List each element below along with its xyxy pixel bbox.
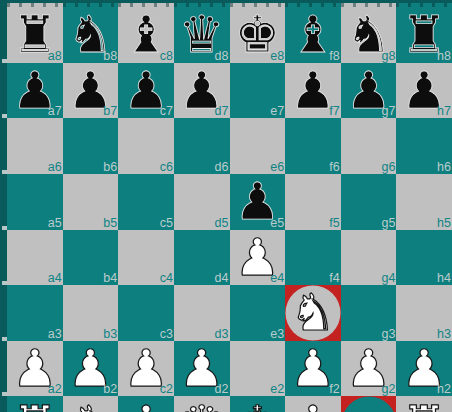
square-d6[interactable]: d6 [174, 118, 230, 174]
square-label-f7: f7 [329, 104, 339, 118]
square-label-h6: h6 [437, 160, 451, 174]
square-label-f6: f6 [329, 160, 339, 174]
white-rook-icon: ♜ [12, 397, 58, 412]
square-label-g3: g3 [381, 327, 395, 341]
square-label-h5: h5 [437, 216, 451, 230]
square-label-d5: d5 [215, 216, 229, 230]
square-label-b2: b2 [103, 382, 117, 396]
square-g4[interactable]: g4 [341, 230, 397, 286]
square-label-h4: h4 [437, 271, 451, 285]
square-label-e6: e6 [270, 160, 284, 174]
white-knight-icon: ♞ [68, 397, 114, 412]
square-label-c7: c7 [160, 104, 173, 118]
square-label-d4: d4 [215, 271, 229, 285]
square-a2[interactable]: ♟a2 [7, 341, 63, 397]
square-label-f8: f8 [329, 49, 339, 63]
square-c6[interactable]: c6 [118, 118, 174, 174]
square-label-d3: d3 [215, 327, 229, 341]
square-label-a6: a6 [48, 160, 62, 174]
square-g7[interactable]: ♟g7 [341, 63, 397, 119]
white-knight-icon: ♞ [290, 285, 336, 340]
square-b3[interactable]: b3 [63, 285, 119, 341]
square-f3[interactable]: ♞f3 [285, 285, 341, 341]
square-e3[interactable]: e3 [230, 285, 286, 341]
square-b5[interactable]: b5 [63, 174, 119, 230]
square-a3[interactable]: a3 [7, 285, 63, 341]
last-move-highlight [341, 397, 396, 412]
square-e8[interactable]: ♚e8 [230, 7, 286, 63]
square-g2[interactable]: ♟g2 [341, 341, 397, 397]
square-f2[interactable]: ♟f2 [285, 341, 341, 397]
square-label-c6: c6 [160, 160, 173, 174]
square-label-a3: a3 [48, 327, 62, 341]
square-label-a2: a2 [48, 382, 62, 396]
square-d5[interactable]: d5 [174, 174, 230, 230]
square-d4[interactable]: d4 [174, 230, 230, 286]
square-label-g4: g4 [381, 271, 395, 285]
square-e6[interactable]: e6 [230, 118, 286, 174]
white-queen-icon: ♛ [179, 397, 225, 412]
square-b6[interactable]: b6 [63, 118, 119, 174]
square-label-a5: a5 [48, 216, 62, 230]
square-label-e2: e2 [270, 382, 284, 396]
square-a8[interactable]: ♜a8 [7, 7, 63, 63]
square-label-a8: a8 [48, 49, 62, 63]
square-b7[interactable]: ♟b7 [63, 63, 119, 119]
square-b2[interactable]: ♟b2 [63, 341, 119, 397]
square-f8[interactable]: ♝f8 [285, 7, 341, 63]
square-a7[interactable]: ♟a7 [7, 63, 63, 119]
chess-board: ♜a8♞b8♝c8♛d8♚e8♝f8♞g8♜h8♟a7♟b7♟c7♟d7e7♟f… [7, 7, 452, 412]
square-d2[interactable]: ♟d2 [174, 341, 230, 397]
square-label-e5: e5 [270, 216, 284, 230]
square-label-h3: h3 [437, 327, 451, 341]
square-e5[interactable]: ♟e5 [230, 174, 286, 230]
square-a6[interactable]: a6 [7, 118, 63, 174]
square-label-h2: h2 [437, 382, 451, 396]
square-g6[interactable]: g6 [341, 118, 397, 174]
square-label-d6: d6 [215, 160, 229, 174]
square-a5[interactable]: a5 [7, 174, 63, 230]
square-h5[interactable]: h5 [396, 174, 452, 230]
square-h2[interactable]: ♟h2 [396, 341, 452, 397]
square-b4[interactable]: b4 [63, 230, 119, 286]
square-c2[interactable]: ♟c2 [118, 341, 174, 397]
square-label-b6: b6 [103, 160, 117, 174]
square-label-a7: a7 [48, 104, 62, 118]
white-bishop-icon: ♝ [123, 397, 169, 412]
square-a4[interactable]: a4 [7, 230, 63, 286]
square-e4[interactable]: ♟e4 [230, 230, 286, 286]
square-label-c8: c8 [160, 49, 173, 63]
square-label-b3: b3 [103, 327, 117, 341]
square-d7[interactable]: ♟d7 [174, 63, 230, 119]
square-e1[interactable]: ♚e1 [230, 396, 286, 412]
square-label-b5: b5 [103, 216, 117, 230]
square-f7[interactable]: ♟f7 [285, 63, 341, 119]
square-label-c4: c4 [160, 271, 173, 285]
square-label-b4: b4 [103, 271, 117, 285]
square-h3[interactable]: h3 [396, 285, 452, 341]
square-g8[interactable]: ♞g8 [341, 7, 397, 63]
square-b1[interactable]: ♞b1 [63, 396, 119, 412]
square-d1[interactable]: ♛d1 [174, 396, 230, 412]
square-label-c5: c5 [160, 216, 173, 230]
square-f4[interactable]: f4 [285, 230, 341, 286]
square-g5[interactable]: g5 [341, 174, 397, 230]
square-label-c2: c2 [160, 382, 173, 396]
square-label-e8: e8 [270, 49, 284, 63]
square-label-g2: g2 [381, 382, 395, 396]
square-label-g5: g5 [381, 216, 395, 230]
square-f1[interactable]: ♝f1 [285, 396, 341, 412]
square-label-b8: b8 [103, 49, 117, 63]
square-d8[interactable]: ♛d8 [174, 7, 230, 63]
chess-app-window: ♜a8♞b8♝c8♛d8♚e8♝f8♞g8♜h8♟a7♟b7♟c7♟d7e7♟f… [0, 0, 452, 412]
square-e7[interactable]: e7 [230, 63, 286, 119]
square-c7[interactable]: ♟c7 [118, 63, 174, 119]
square-label-h8: h8 [437, 49, 451, 63]
square-label-e7: e7 [270, 104, 284, 118]
square-label-b7: b7 [103, 104, 117, 118]
square-label-g7: g7 [381, 104, 395, 118]
square-g3[interactable]: g3 [341, 285, 397, 341]
square-label-f5: f5 [329, 216, 339, 230]
square-f5[interactable]: f5 [285, 174, 341, 230]
square-label-c3: c3 [160, 327, 173, 341]
square-b8[interactable]: ♞b8 [63, 7, 119, 63]
square-label-e3: e3 [270, 327, 284, 341]
white-rook-icon: ♜ [401, 397, 447, 412]
square-a1[interactable]: ♜a1 [7, 396, 63, 412]
square-label-d2: d2 [215, 382, 229, 396]
square-e2[interactable]: e2 [230, 341, 286, 397]
square-label-f4: f4 [329, 271, 339, 285]
square-h6[interactable]: h6 [396, 118, 452, 174]
square-c5[interactable]: c5 [118, 174, 174, 230]
square-label-d8: d8 [215, 49, 229, 63]
square-h4[interactable]: h4 [396, 230, 452, 286]
square-h7[interactable]: ♟h7 [396, 63, 452, 119]
square-label-a4: a4 [48, 271, 62, 285]
square-c8[interactable]: ♝c8 [118, 7, 174, 63]
square-h8[interactable]: ♜h8 [396, 7, 452, 63]
white-bishop-icon: ♝ [290, 397, 336, 412]
square-c4[interactable]: c4 [118, 230, 174, 286]
square-h1[interactable]: ♜h1 [396, 396, 452, 412]
square-label-e4: e4 [270, 271, 284, 285]
square-label-f2: f2 [329, 382, 339, 396]
square-d3[interactable]: d3 [174, 285, 230, 341]
square-label-g6: g6 [381, 160, 395, 174]
white-king-icon: ♚ [234, 397, 280, 412]
square-label-g8: g8 [381, 49, 395, 63]
square-c3[interactable]: c3 [118, 285, 174, 341]
square-f6[interactable]: f6 [285, 118, 341, 174]
square-label-d7: d7 [215, 104, 229, 118]
square-g1[interactable]: g1 [341, 396, 397, 412]
square-c1[interactable]: ♝c1 [118, 396, 174, 412]
square-label-h7: h7 [437, 104, 451, 118]
